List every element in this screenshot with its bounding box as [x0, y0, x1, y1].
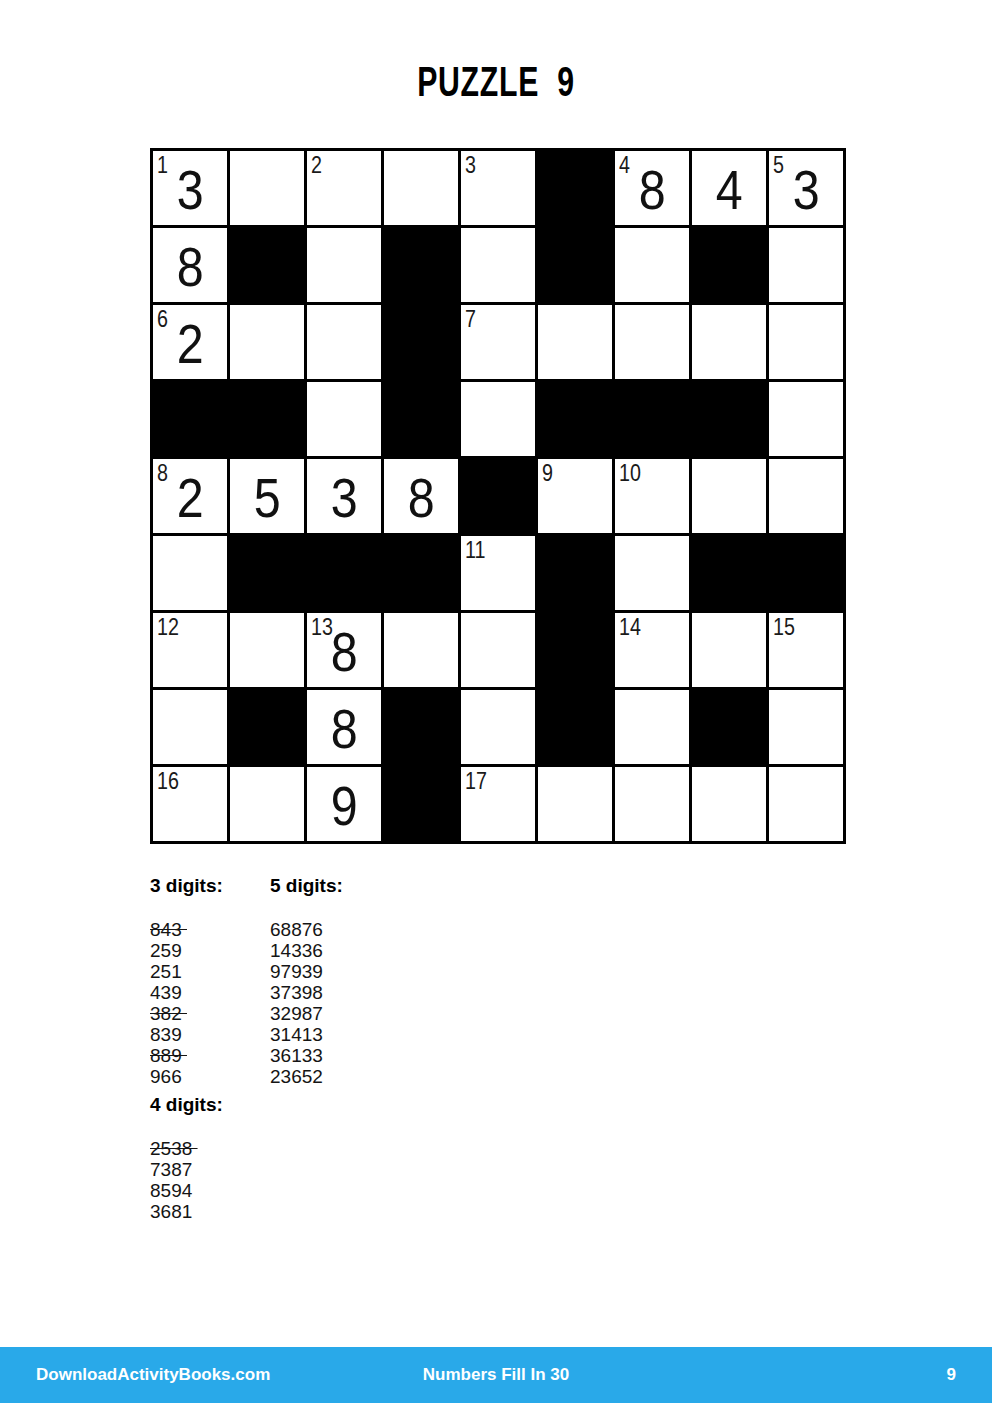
clue-number: 6 — [157, 305, 168, 333]
grid-cell[interactable]: 3 — [307, 459, 381, 533]
cell-value: 3 — [177, 163, 204, 218]
clue-number: 11 — [465, 536, 485, 564]
cell-value: 8 — [408, 471, 435, 526]
black-cell — [692, 690, 766, 764]
grid-cell[interactable] — [692, 459, 766, 533]
grid-cell[interactable] — [461, 613, 535, 687]
grid-cell[interactable]: 2 — [307, 151, 381, 225]
grid-cell[interactable] — [230, 767, 304, 841]
grid-cell[interactable]: 8 — [307, 690, 381, 764]
clue-number: 14 — [619, 613, 641, 641]
list-number: 3681 — [150, 1201, 223, 1222]
black-cell — [153, 382, 227, 456]
clue-number: 2 — [311, 151, 322, 179]
black-cell — [307, 536, 381, 610]
grid-cell[interactable]: 9 — [538, 459, 612, 533]
cell-value: 8 — [331, 625, 358, 680]
grid-cell[interactable] — [230, 305, 304, 379]
black-cell — [538, 613, 612, 687]
grid-cell[interactable] — [384, 613, 458, 687]
list-number: 7387 — [150, 1159, 223, 1180]
grid-cell[interactable] — [769, 690, 843, 764]
list-number: 251 — [150, 961, 223, 982]
grid-cell[interactable] — [769, 228, 843, 302]
cell-value: 4 — [716, 163, 743, 218]
grid-cell[interactable]: 11 — [461, 536, 535, 610]
clue-number: 15 — [773, 613, 795, 641]
list-3-digits: 3 digits: 843 259251439382 839889 966 — [150, 875, 223, 1087]
cell-value: 2 — [177, 471, 204, 526]
list-number: 14336 — [270, 940, 343, 961]
grid-cell[interactable]: 4 — [692, 151, 766, 225]
list-number: 31413 — [270, 1024, 343, 1045]
grid-cell[interactable] — [615, 690, 689, 764]
list-5-digits-values: 6887614336979393739832987314133613323652 — [270, 919, 343, 1087]
list-number: 839 — [150, 1024, 223, 1045]
grid-cell[interactable]: 3 — [461, 151, 535, 225]
grid-cell[interactable] — [461, 382, 535, 456]
grid-cell[interactable] — [769, 305, 843, 379]
cell-value: 8 — [331, 702, 358, 757]
list-4-digits: 4 digits: 2538 738785943681 — [150, 1094, 223, 1222]
black-cell — [538, 536, 612, 610]
cell-value: 8 — [639, 163, 666, 218]
list-5-digits-label: 5 digits: — [270, 875, 343, 897]
clue-number: 10 — [619, 459, 641, 487]
cell-value: 5 — [254, 471, 281, 526]
grid-cell[interactable]: 9 — [307, 767, 381, 841]
black-cell — [538, 382, 612, 456]
grid-cell[interactable] — [230, 613, 304, 687]
grid-cell[interactable] — [461, 690, 535, 764]
grid-cell[interactable]: 14 — [615, 613, 689, 687]
grid-cell[interactable]: 5 — [230, 459, 304, 533]
grid-cell[interactable] — [307, 382, 381, 456]
page-title: PUZZLE 9 — [139, 58, 853, 106]
grid-cell[interactable]: 15 — [769, 613, 843, 687]
footer-bar: DownloadActivityBooks.com Numbers Fill I… — [0, 1347, 992, 1403]
black-cell — [384, 228, 458, 302]
clue-number: 3 — [465, 151, 476, 179]
grid-cell[interactable]: 12 — [153, 613, 227, 687]
list-number: 439 — [150, 982, 223, 1003]
grid-cell[interactable]: 7 — [461, 305, 535, 379]
black-cell — [692, 536, 766, 610]
black-cell — [384, 767, 458, 841]
grid-cell[interactable] — [692, 613, 766, 687]
clue-number: 7 — [465, 305, 476, 333]
footer-page-number: 9 — [947, 1365, 956, 1385]
grid-cell[interactable] — [769, 767, 843, 841]
grid-cell[interactable] — [615, 228, 689, 302]
black-cell — [692, 382, 766, 456]
black-cell — [538, 228, 612, 302]
grid-cell[interactable]: 8 — [153, 228, 227, 302]
grid-cell[interactable] — [307, 305, 381, 379]
list-number: 966 — [150, 1066, 223, 1087]
cell-value: 3 — [793, 163, 820, 218]
black-cell — [692, 228, 766, 302]
grid-cell[interactable]: 16 — [153, 767, 227, 841]
grid-cell[interactable]: 53 — [769, 151, 843, 225]
black-cell — [615, 382, 689, 456]
black-cell — [538, 151, 612, 225]
grid-cell[interactable] — [692, 767, 766, 841]
grid-cell[interactable] — [692, 305, 766, 379]
black-cell — [230, 690, 304, 764]
black-cell — [384, 690, 458, 764]
list-number: 2538 — [150, 1138, 223, 1159]
list-number: 843 — [150, 919, 223, 940]
cell-value: 9 — [331, 779, 358, 834]
page: { "game": "Numbers Fill In (number fill-… — [0, 0, 992, 1403]
list-4-digits-label: 4 digits: — [150, 1094, 223, 1116]
list-3-digits-label: 3 digits: — [150, 875, 223, 897]
clue-number: 16 — [157, 767, 179, 795]
grid-cell[interactable]: 10 — [615, 459, 689, 533]
black-cell — [230, 382, 304, 456]
clue-number: 9 — [542, 459, 553, 487]
black-cell — [538, 690, 612, 764]
list-5-digits: 5 digits: 688761433697939373983298731413… — [270, 875, 343, 1087]
black-cell — [230, 228, 304, 302]
grid-cell[interactable]: 8 — [384, 459, 458, 533]
grid-cell[interactable]: 82 — [153, 459, 227, 533]
list-number: 259 — [150, 940, 223, 961]
list-number: 32987 — [270, 1003, 343, 1024]
grid-cell[interactable] — [538, 305, 612, 379]
grid-cell[interactable] — [307, 228, 381, 302]
clue-number: 12 — [157, 613, 179, 641]
list-number: 36133 — [270, 1045, 343, 1066]
clue-number: 8 — [157, 459, 168, 487]
clue-number: 1 — [157, 151, 168, 179]
grid-cell[interactable]: 62 — [153, 305, 227, 379]
list-4-digits-values: 2538 738785943681 — [150, 1138, 223, 1222]
cell-value: 3 — [331, 471, 358, 526]
clue-number: 5 — [773, 151, 784, 179]
clue-number: 17 — [465, 767, 487, 795]
grid-cell[interactable] — [615, 305, 689, 379]
grid-cell[interactable] — [769, 459, 843, 533]
list-number: 8594 — [150, 1180, 223, 1201]
list-number: 37398 — [270, 982, 343, 1003]
list-number: 97939 — [270, 961, 343, 982]
black-cell — [384, 382, 458, 456]
footer-book-title: Numbers Fill In 30 — [0, 1365, 992, 1385]
grid-cell[interactable]: 17 — [461, 767, 535, 841]
grid-cell[interactable] — [615, 536, 689, 610]
list-number: 68876 — [270, 919, 343, 940]
list-number: 382 — [150, 1003, 223, 1024]
list-3-digits-values: 843 259251439382 839889 966 — [150, 919, 223, 1087]
black-cell — [769, 536, 843, 610]
cell-value: 2 — [177, 317, 204, 372]
grid-cell[interactable] — [615, 767, 689, 841]
cell-value: 8 — [177, 240, 204, 295]
grid-cell[interactable]: 48 — [615, 151, 689, 225]
black-cell — [384, 536, 458, 610]
list-number: 889 — [150, 1045, 223, 1066]
grid-cell[interactable] — [230, 151, 304, 225]
grid-cell[interactable] — [461, 228, 535, 302]
puzzle-grid: 13234845386278253891011121381415816917 — [150, 148, 846, 844]
black-cell — [461, 459, 535, 533]
grid-cell[interactable] — [384, 151, 458, 225]
grid-cell[interactable] — [538, 767, 612, 841]
clue-number: 4 — [619, 151, 630, 179]
grid-cell[interactable]: 13 — [153, 151, 227, 225]
black-cell — [230, 536, 304, 610]
list-number: 23652 — [270, 1066, 343, 1087]
grid-cell[interactable] — [153, 536, 227, 610]
grid-cell[interactable] — [153, 690, 227, 764]
grid-cell[interactable] — [769, 382, 843, 456]
clue-number: 13 — [311, 613, 333, 641]
grid-cell[interactable]: 138 — [307, 613, 381, 687]
black-cell — [384, 305, 458, 379]
